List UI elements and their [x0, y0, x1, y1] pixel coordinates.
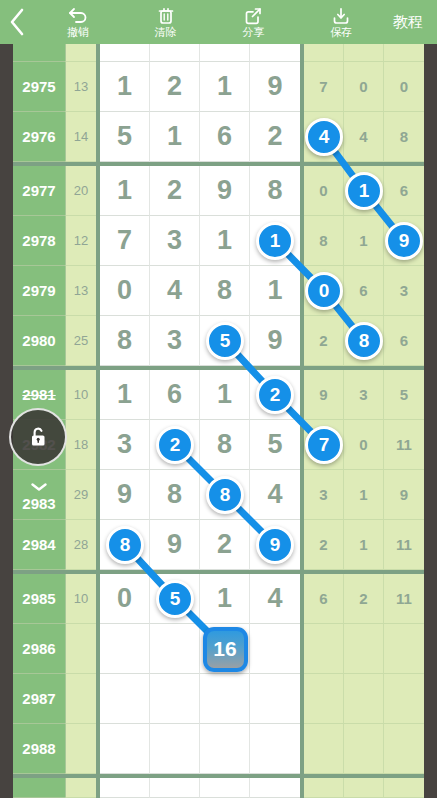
chart-row: 2978127311819 [13, 216, 424, 266]
sum-cell [65, 778, 96, 798]
stat-cell[interactable]: 0 [344, 420, 384, 470]
mark-circle[interactable]: 1 [345, 172, 383, 210]
period-cell [13, 778, 65, 798]
undo-icon [67, 7, 89, 25]
stat-cell[interactable]: 6 [384, 316, 424, 366]
stat-cell[interactable] [344, 674, 384, 724]
mark-circle[interactable]: 2 [256, 376, 294, 414]
digit-cell[interactable] [250, 724, 300, 774]
stat-cell[interactable]: 8 [304, 216, 344, 266]
digit-cell[interactable]: 9 [250, 316, 300, 366]
period-cell: 2980 [13, 316, 65, 366]
digit-cell[interactable]: 9 [100, 470, 150, 520]
chart-row: 29821832857011 [13, 420, 424, 470]
stat-cell[interactable]: 0 [304, 166, 344, 216]
digit-cell[interactable]: 1 [250, 266, 300, 316]
digit-cell[interactable]: 5 [100, 112, 150, 162]
mark-circle[interactable]: 7 [305, 426, 343, 464]
partial-row [13, 778, 424, 798]
period-label: 2977 [22, 182, 55, 199]
stat-cell[interactable] [384, 724, 424, 774]
save-button[interactable]: 保存 [330, 7, 352, 38]
digit-cell[interactable] [250, 778, 300, 798]
clear-button[interactable]: 清除 [155, 7, 177, 38]
save-icon [331, 7, 351, 25]
digit-cell[interactable]: 1 [200, 62, 250, 112]
period-cell: 2975 [13, 62, 65, 112]
digit-cell[interactable]: 4 [250, 574, 300, 624]
stat-cell[interactable]: 5 [384, 370, 424, 420]
chart-row: 2987 [13, 674, 424, 724]
stat-cell[interactable] [384, 674, 424, 724]
period-cell: 2979 [13, 266, 65, 316]
stat-cell[interactable] [344, 724, 384, 774]
digit-cell[interactable]: 1 [100, 62, 150, 112]
period-label: 2975 [22, 78, 55, 95]
digit-cell[interactable] [100, 778, 150, 798]
digit-cell[interactable]: 9 [250, 62, 300, 112]
period-cell: 2978 [13, 216, 65, 266]
sum-cell: 25 [65, 316, 96, 366]
digit-cell[interactable]: 3 [150, 216, 200, 266]
sum-cell [65, 44, 96, 62]
period-cell: 2977 [13, 166, 65, 216]
digit-cell[interactable]: 6 [150, 370, 200, 420]
period-cell: 2987 [13, 674, 65, 724]
stat-cell[interactable]: 0 [344, 62, 384, 112]
period-label: 2986 [22, 640, 55, 657]
sum-cell [65, 674, 96, 724]
stat-cell[interactable] [344, 44, 384, 62]
digit-cell[interactable]: 2 [250, 112, 300, 162]
digit-cell[interactable]: 2 [150, 166, 200, 216]
toolbar-actions: 撤销 清除 [34, 7, 389, 38]
chevron-left-icon [9, 8, 25, 36]
stat-cell[interactable]: 3 [384, 266, 424, 316]
lock-icon [25, 424, 51, 450]
stat-cell[interactable] [304, 624, 344, 674]
digit-cell[interactable]: 7 [100, 216, 150, 266]
period-label: 2983 [22, 495, 55, 512]
stat-cell[interactable]: 2 [304, 520, 344, 570]
sum-cell: 10 [65, 370, 96, 420]
stat-cell[interactable]: 11 [384, 420, 424, 470]
stat-cell[interactable]: 9 [384, 470, 424, 520]
mark-circle[interactable]: 2 [156, 426, 194, 464]
stat-cell[interactable] [344, 624, 384, 674]
stat-cell[interactable]: 3 [304, 470, 344, 520]
digit-cell[interactable]: 2 [200, 520, 250, 570]
mark-circle[interactable]: 8 [206, 476, 244, 514]
clear-label: 清除 [155, 26, 177, 38]
digit-cell[interactable]: 9 [150, 520, 200, 570]
period-label: 2987 [22, 690, 55, 707]
chart-row: 2975131219700 [13, 62, 424, 112]
stat-cell[interactable] [384, 624, 424, 674]
digit-cell[interactable]: 0 [100, 574, 150, 624]
stat-cell[interactable]: 1 [344, 520, 384, 570]
mark-circle[interactable]: 9 [256, 526, 294, 564]
period-label: 2978 [22, 232, 55, 249]
share-icon [243, 7, 263, 25]
period-label: 2976 [22, 128, 55, 145]
digit-cell[interactable]: 5 [250, 420, 300, 470]
period-label: 2988 [22, 740, 55, 757]
mark-circle[interactable]: 1 [256, 222, 294, 260]
chart-row: 29842889292111 [13, 520, 424, 570]
digit-cell[interactable] [100, 674, 150, 724]
stat-cell[interactable]: 2 [344, 574, 384, 624]
mark-circle[interactable]: 9 [385, 222, 423, 260]
digit-cell[interactable]: 8 [200, 420, 250, 470]
digit-cell[interactable] [150, 778, 200, 798]
digit-cell[interactable]: 1 [150, 112, 200, 162]
trash-icon [156, 7, 176, 25]
digit-cell[interactable] [200, 674, 250, 724]
mark-circle[interactable]: 4 [305, 118, 343, 156]
share-label: 分享 [242, 26, 264, 38]
sum-cell: 28 [65, 520, 96, 570]
stat-cell[interactable] [304, 724, 344, 774]
back-button[interactable] [0, 0, 34, 44]
digit-cell[interactable]: 8 [200, 266, 250, 316]
sum-cell: 12 [65, 216, 96, 266]
period-cell: 2976 [13, 112, 65, 162]
digit-cell[interactable]: 8 [250, 166, 300, 216]
stat-cell[interactable]: 8 [384, 112, 424, 162]
digit-cell[interactable]: 1 [100, 166, 150, 216]
partial-row [13, 44, 424, 62]
period-cell: 2986 [13, 624, 65, 674]
stat-cell[interactable]: 6 [304, 574, 344, 624]
stat-cell[interactable]: 11 [384, 574, 424, 624]
period-cell: 2983 [13, 470, 65, 520]
sum-cell [65, 724, 96, 774]
stat-cell[interactable] [304, 44, 344, 62]
toolbar: 撤销 清除 [0, 0, 437, 44]
period-cell: 2984 [13, 520, 65, 570]
stat-cell[interactable]: 0 [384, 62, 424, 112]
trend-chart-board: 2975131219700297614516244829772012980162… [13, 44, 424, 798]
digit-cell[interactable]: 9 [200, 166, 250, 216]
period-cell: 2985 [13, 574, 65, 624]
digit-cell[interactable]: 4 [250, 470, 300, 520]
stat-cell[interactable] [384, 44, 424, 62]
digit-cell[interactable]: 1 [200, 216, 250, 266]
end-marker[interactable]: 16 [203, 627, 248, 672]
stat-cell[interactable] [304, 778, 344, 798]
undo-button[interactable]: 撤销 [67, 7, 89, 38]
sum-cell: 13 [65, 266, 96, 316]
stat-cell[interactable] [344, 778, 384, 798]
stat-cell[interactable] [304, 674, 344, 724]
digit-cell[interactable]: 8 [150, 470, 200, 520]
digit-cell[interactable] [250, 44, 300, 62]
sum-cell: 18 [65, 420, 96, 470]
save-label: 保存 [330, 26, 352, 38]
digit-cell[interactable]: 1 [200, 370, 250, 420]
mark-circle[interactable]: 8 [106, 526, 144, 564]
share-button[interactable]: 分享 [242, 7, 264, 38]
period-label: 2981 [22, 386, 55, 403]
digit-cell[interactable] [150, 674, 200, 724]
stat-cell[interactable]: 3 [344, 370, 384, 420]
digit-cell[interactable] [100, 724, 150, 774]
mark-circle[interactable]: 5 [156, 580, 194, 618]
digit-cell[interactable]: 0 [100, 266, 150, 316]
period-cell: 2988 [13, 724, 65, 774]
tutorial-button[interactable]: 教程 [389, 13, 437, 32]
stat-cell[interactable]: 1 [344, 216, 384, 266]
digit-cell[interactable] [200, 44, 250, 62]
digit-cell[interactable] [100, 44, 150, 62]
digit-cell[interactable] [250, 674, 300, 724]
digit-cell[interactable] [200, 778, 250, 798]
digit-cell[interactable] [150, 44, 200, 62]
digit-cell[interactable]: 3 [150, 316, 200, 366]
app-screen: 撤销 清除 [0, 0, 437, 798]
period-cell [13, 44, 65, 62]
chevron-down-icon[interactable] [31, 477, 47, 494]
lock-button[interactable] [9, 408, 67, 466]
chart-row: 2979130481063 [13, 266, 424, 316]
period-label: 2979 [22, 282, 55, 299]
stat-cell[interactable]: 2 [304, 316, 344, 366]
sum-cell: 10 [65, 574, 96, 624]
chart-row: 2988 [13, 724, 424, 774]
period-label: 2984 [22, 536, 55, 553]
sum-cell: 14 [65, 112, 96, 162]
mark-circle[interactable]: 8 [345, 322, 383, 360]
sum-cell: 20 [65, 166, 96, 216]
stat-cell[interactable]: 6 [344, 266, 384, 316]
digit-cell[interactable]: 2 [150, 62, 200, 112]
chart-row: 29851005146211 [13, 574, 424, 624]
digit-cell[interactable] [100, 624, 150, 674]
digit-cell[interactable]: 1 [200, 574, 250, 624]
digit-cell[interactable] [250, 624, 300, 674]
stat-cell[interactable]: 7 [304, 62, 344, 112]
stat-cell[interactable] [384, 778, 424, 798]
stat-cell[interactable]: 6 [384, 166, 424, 216]
mark-circle[interactable]: 5 [206, 322, 244, 360]
digit-cell[interactable]: 3 [100, 420, 150, 470]
sum-cell [65, 624, 96, 674]
period-label: 2980 [22, 332, 55, 349]
chart-row: 2981101612935 [13, 370, 424, 420]
period-label: 2985 [22, 590, 55, 607]
digit-cell[interactable]: 1 [100, 370, 150, 420]
digit-cell[interactable]: 6 [200, 112, 250, 162]
digit-cell[interactable] [200, 724, 250, 774]
chart-row: 2976145162448 [13, 112, 424, 162]
digit-cell[interactable]: 4 [150, 266, 200, 316]
stat-cell[interactable]: 4 [344, 112, 384, 162]
mark-circle[interactable]: 0 [305, 272, 343, 310]
digit-cell[interactable] [150, 624, 200, 674]
stat-cell[interactable]: 9 [304, 370, 344, 420]
stat-cell[interactable]: 11 [384, 520, 424, 570]
digit-cell[interactable] [150, 724, 200, 774]
sum-cell: 13 [65, 62, 96, 112]
undo-label: 撤销 [67, 26, 89, 38]
stat-cell[interactable]: 1 [344, 470, 384, 520]
sum-cell: 29 [65, 470, 96, 520]
digit-cell[interactable]: 8 [100, 316, 150, 366]
